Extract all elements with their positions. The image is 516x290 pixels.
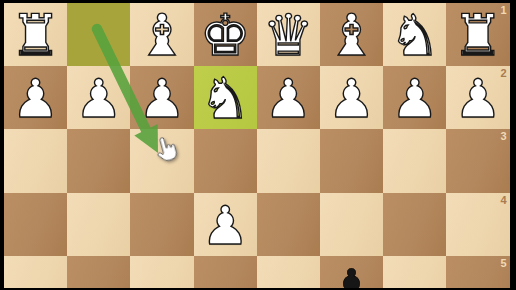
piece-white-pawn[interactable]: ♟	[75, 67, 123, 130]
square-g4[interactable]	[67, 193, 130, 256]
square-g3[interactable]	[67, 129, 130, 192]
square-g2[interactable]: ♟	[67, 66, 130, 129]
square-f5[interactable]	[130, 256, 193, 290]
square-g1[interactable]	[67, 3, 130, 66]
video-frame: ♜♝♚♛♝♞♜1♟♟♟♞♟♟♟♟23♟4♟5	[0, 0, 516, 290]
square-f3[interactable]	[130, 129, 193, 192]
square-a2[interactable]: ♟2	[446, 66, 509, 129]
square-h1[interactable]: ♜	[4, 3, 67, 66]
piece-white-knight[interactable]: ♞	[200, 67, 251, 130]
piece-white-pawn[interactable]: ♟	[265, 67, 313, 130]
square-d2[interactable]: ♟	[257, 66, 320, 129]
square-g5[interactable]	[67, 256, 130, 290]
piece-white-pawn[interactable]: ♟	[328, 67, 376, 130]
square-h2[interactable]: ♟	[4, 66, 67, 129]
square-f4[interactable]	[130, 193, 193, 256]
piece-white-bishop[interactable]: ♝	[136, 4, 187, 67]
square-e3[interactable]	[194, 129, 257, 192]
square-b3[interactable]	[383, 129, 446, 192]
square-a3[interactable]: 3	[446, 129, 509, 192]
rank-label-4: 4	[500, 194, 506, 206]
piece-white-pawn[interactable]: ♟	[12, 67, 60, 130]
square-h4[interactable]	[4, 193, 67, 256]
square-b4[interactable]	[383, 193, 446, 256]
square-c2[interactable]: ♟	[320, 66, 383, 129]
rank-label-2: 2	[500, 67, 506, 79]
square-c3[interactable]	[320, 129, 383, 192]
square-e4[interactable]: ♟	[194, 193, 257, 256]
piece-white-pawn[interactable]: ♟	[201, 194, 249, 257]
square-a1[interactable]: ♜1	[446, 3, 509, 66]
rank-label-3: 3	[500, 130, 506, 142]
square-d3[interactable]	[257, 129, 320, 192]
piece-white-rook[interactable]: ♜	[10, 4, 61, 67]
square-e5[interactable]	[194, 256, 257, 290]
piece-white-queen[interactable]: ♛	[263, 4, 314, 67]
square-c1[interactable]: ♝	[320, 3, 383, 66]
square-d1[interactable]: ♛	[257, 3, 320, 66]
square-d4[interactable]	[257, 193, 320, 256]
rank-label-5: 5	[500, 257, 506, 269]
piece-white-king[interactable]: ♚	[200, 4, 251, 67]
square-h5[interactable]	[4, 256, 67, 290]
piece-black-pawn[interactable]: ♟	[328, 257, 376, 290]
chess-board: ♜♝♚♛♝♞♜1♟♟♟♞♟♟♟♟23♟4♟5	[4, 3, 510, 290]
piece-white-rook[interactable]: ♜	[452, 4, 503, 67]
piece-white-bishop[interactable]: ♝	[326, 4, 377, 67]
piece-white-pawn[interactable]: ♟	[391, 67, 439, 130]
piece-white-pawn[interactable]: ♟	[138, 67, 186, 130]
rank-label-1: 1	[500, 4, 506, 16]
square-c5[interactable]: ♟	[320, 256, 383, 290]
piece-white-knight[interactable]: ♞	[389, 4, 440, 67]
square-d5[interactable]	[257, 256, 320, 290]
square-a5[interactable]: 5	[446, 256, 509, 290]
square-f1[interactable]: ♝	[130, 3, 193, 66]
square-h3[interactable]	[4, 129, 67, 192]
square-a4[interactable]: 4	[446, 193, 509, 256]
square-c4[interactable]	[320, 193, 383, 256]
square-f2[interactable]: ♟	[130, 66, 193, 129]
square-b2[interactable]: ♟	[383, 66, 446, 129]
square-b1[interactable]: ♞	[383, 3, 446, 66]
square-e1[interactable]: ♚	[194, 3, 257, 66]
piece-white-pawn[interactable]: ♟	[454, 67, 502, 130]
square-b5[interactable]	[383, 256, 446, 290]
square-e2[interactable]: ♞	[194, 66, 257, 129]
